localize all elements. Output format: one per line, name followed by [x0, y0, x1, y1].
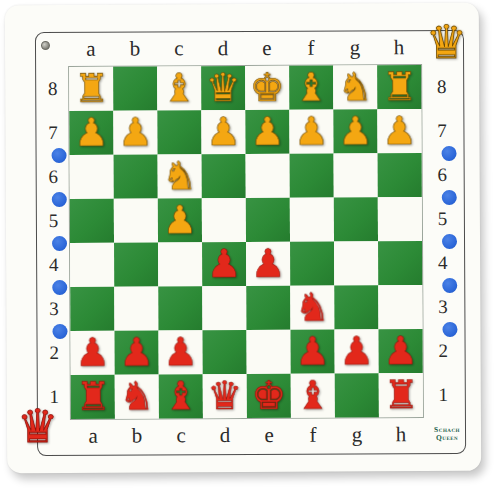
square-d1[interactable]: ♛ [203, 374, 247, 418]
rank-label-8-right: 8 [421, 65, 462, 109]
red-pawn-b2[interactable]: ♟ [119, 330, 154, 374]
file-label-g-top: g [333, 31, 377, 64]
rank-label-7-right: 7 [421, 109, 462, 153]
left-marker-dot-4[interactable] [52, 279, 67, 294]
square-a8[interactable]: ♜ [69, 67, 113, 111]
yellow-pawn-a7[interactable]: ♟ [74, 111, 109, 155]
yellow-pawn-g7[interactable]: ♟ [338, 109, 373, 153]
yellow-knight-c6[interactable]: ♞ [162, 154, 197, 198]
file-labels-bottom: abcdefgh [71, 418, 423, 453]
square-e7[interactable]: ♟ [245, 110, 289, 154]
red-queen-corner-icon: ♛ [17, 403, 58, 449]
square-f6[interactable] [290, 154, 334, 198]
square-h4[interactable] [378, 241, 422, 285]
square-g1[interactable] [335, 373, 379, 417]
square-g6[interactable] [334, 153, 378, 197]
square-a6[interactable] [70, 155, 114, 199]
yellow-pawn-b7[interactable]: ♟ [118, 110, 153, 154]
square-a5[interactable] [70, 199, 114, 243]
red-pawn-d4[interactable]: ♟ [207, 242, 242, 286]
square-e5[interactable] [246, 198, 290, 242]
square-b3[interactable] [114, 286, 158, 330]
file-label-a-top: a [69, 33, 113, 66]
yellow-bishop-f8[interactable]: ♝ [294, 66, 329, 110]
red-rook-h1[interactable]: ♜ [383, 373, 418, 417]
square-a3[interactable] [70, 287, 114, 331]
file-label-e-top: e [245, 32, 289, 65]
square-c3[interactable] [158, 286, 202, 330]
rank-label-3-right: 3 [422, 285, 463, 329]
brand-logo-line2: Queen [427, 434, 467, 442]
square-e4[interactable]: ♟ [246, 242, 290, 286]
rank-label-6-left: 6 [37, 155, 70, 199]
right-marker-dot-4[interactable] [442, 277, 457, 292]
yellow-king-e8[interactable]: ♚ [250, 66, 285, 110]
file-label-e-bottom: e [247, 419, 291, 452]
square-d7[interactable]: ♟ [201, 110, 245, 154]
red-knight-f3[interactable]: ♞ [295, 286, 330, 330]
left-marker-dot-2[interactable] [52, 191, 67, 206]
file-label-h-top: h [377, 31, 421, 64]
square-g4[interactable] [334, 241, 378, 285]
square-h1[interactable]: ♜ [379, 373, 423, 417]
red-rook-a1[interactable]: ♜ [75, 375, 110, 419]
file-label-b-top: b [113, 32, 157, 65]
file-label-f-top: f [289, 32, 333, 65]
square-f2[interactable]: ♟ [290, 330, 334, 374]
square-d2[interactable] [202, 330, 246, 374]
rank-label-5-left: 5 [37, 199, 70, 243]
file-label-a-bottom: a [71, 420, 115, 453]
yellow-queen-d8[interactable]: ♛ [206, 66, 241, 110]
board: ♜♝♛♚♝♞♜♟♟♟♟♟♟♟♞♟♟♟♞♟♟♟♟♟♟♜♞♝♛♚♝♜ [69, 65, 423, 419]
square-c4[interactable] [158, 242, 202, 286]
yellow-rook-h8[interactable]: ♜ [382, 65, 417, 109]
square-b5[interactable] [114, 198, 158, 242]
square-f1[interactable]: ♝ [291, 374, 335, 418]
red-knight-b1[interactable]: ♞ [119, 374, 154, 418]
file-label-d-bottom: d [203, 419, 247, 452]
square-b2[interactable]: ♟ [114, 330, 158, 374]
square-d6[interactable] [202, 154, 246, 198]
square-a4[interactable] [70, 243, 114, 287]
file-label-d-top: d [201, 32, 245, 65]
file-label-g-bottom: g [335, 418, 379, 451]
red-bishop-c1[interactable]: ♝ [163, 374, 198, 418]
square-b8[interactable] [113, 66, 157, 110]
rank-label-6-right: 6 [422, 153, 463, 197]
square-d8[interactable]: ♛ [201, 66, 245, 110]
square-e1[interactable]: ♚ [247, 374, 291, 418]
rank-label-7-left: 7 [36, 111, 69, 155]
square-f7[interactable]: ♟ [289, 110, 333, 154]
square-g7[interactable]: ♟ [333, 109, 377, 153]
square-f4[interactable] [290, 242, 334, 286]
red-pawn-e4[interactable]: ♟ [251, 242, 286, 286]
right-marker-dot-2[interactable] [442, 189, 457, 204]
file-label-h-bottom: h [379, 418, 423, 451]
right-marker-dot-3[interactable] [442, 233, 457, 248]
square-d5[interactable] [202, 198, 246, 242]
yellow-pawn-d7[interactable]: ♟ [206, 110, 241, 154]
left-marker-dot-5[interactable] [52, 323, 67, 338]
square-d4[interactable]: ♟ [202, 242, 246, 286]
square-g5[interactable] [334, 197, 378, 241]
yellow-bishop-c8[interactable]: ♝ [162, 66, 197, 110]
red-pawn-a2[interactable]: ♟ [75, 331, 110, 375]
yellow-pawn-c5[interactable]: ♟ [162, 198, 197, 242]
square-g2[interactable]: ♟ [334, 329, 378, 373]
yellow-pawn-f7[interactable]: ♟ [294, 110, 329, 154]
square-a1[interactable]: ♜ [71, 375, 115, 419]
brand-logo: Schach Queen [427, 426, 467, 442]
square-h8[interactable]: ♜ [377, 65, 421, 109]
square-a7[interactable]: ♟ [69, 111, 113, 155]
square-b4[interactable] [114, 242, 158, 286]
rank-label-2-left: 2 [37, 331, 70, 375]
square-a2[interactable]: ♟ [70, 331, 114, 375]
yellow-rook-a8[interactable]: ♜ [74, 67, 109, 111]
file-label-b-bottom: b [115, 419, 159, 452]
file-labels-top: abcdefgh [69, 31, 421, 66]
square-h6[interactable] [378, 153, 422, 197]
rank-label-5-right: 5 [422, 197, 463, 241]
square-f5[interactable] [290, 198, 334, 242]
right-marker-dot-5[interactable] [442, 321, 457, 336]
square-b1[interactable]: ♞ [115, 374, 159, 418]
rank-label-8-left: 8 [36, 67, 69, 111]
square-c8[interactable]: ♝ [157, 66, 201, 110]
square-c5[interactable]: ♟ [158, 198, 202, 242]
square-e6[interactable] [246, 154, 290, 198]
demo-board-panel: abcdefgh abcdefgh 87654321 87654321 ♜♝♛♚… [5, 3, 481, 473]
square-b7[interactable]: ♟ [113, 110, 157, 154]
square-d3[interactable] [202, 286, 246, 330]
square-c7[interactable] [157, 110, 201, 154]
rank-label-1-right: 1 [423, 373, 464, 417]
yellow-queen-corner-icon: ♛ [426, 19, 467, 65]
rank-label-2-right: 2 [422, 329, 463, 373]
left-marker-dot-3[interactable] [52, 235, 67, 250]
right-marker-dot-1[interactable] [442, 145, 457, 160]
red-bishop-f1[interactable]: ♝ [295, 374, 330, 418]
square-e8[interactable]: ♚ [245, 66, 289, 110]
square-c1[interactable]: ♝ [159, 374, 203, 418]
file-label-c-top: c [157, 32, 201, 65]
rank-label-4-left: 4 [37, 243, 70, 287]
red-pawn-c2[interactable]: ♟ [163, 330, 198, 374]
red-pawn-h2[interactable]: ♟ [383, 329, 418, 373]
red-pawn-g2[interactable]: ♟ [339, 329, 374, 373]
red-pawn-f2[interactable]: ♟ [295, 330, 330, 374]
red-king-e1[interactable]: ♚ [251, 374, 286, 418]
square-h7[interactable]: ♟ [377, 109, 421, 153]
square-c2[interactable]: ♟ [158, 330, 202, 374]
red-queen-d1[interactable]: ♛ [207, 374, 242, 418]
square-e3[interactable] [246, 286, 290, 330]
square-g3[interactable] [334, 285, 378, 329]
square-f8[interactable]: ♝ [289, 66, 333, 110]
yellow-pawn-h7[interactable]: ♟ [382, 109, 417, 153]
file-label-c-bottom: c [159, 419, 203, 452]
rank-label-4-right: 4 [422, 241, 463, 285]
square-h3[interactable] [378, 285, 422, 329]
square-h2[interactable]: ♟ [378, 329, 422, 373]
square-e2[interactable] [246, 330, 290, 374]
square-c6[interactable]: ♞ [158, 154, 202, 198]
left-marker-dot-1[interactable] [52, 147, 67, 162]
yellow-pawn-e7[interactable]: ♟ [250, 110, 285, 154]
square-g8[interactable]: ♞ [333, 65, 377, 109]
square-f3[interactable]: ♞ [290, 286, 334, 330]
square-h5[interactable] [378, 197, 422, 241]
yellow-knight-g8[interactable]: ♞ [338, 65, 373, 109]
screw-icon [41, 41, 50, 50]
square-b6[interactable] [114, 154, 158, 198]
rank-label-3-left: 3 [37, 287, 70, 331]
file-label-f-bottom: f [291, 419, 335, 452]
